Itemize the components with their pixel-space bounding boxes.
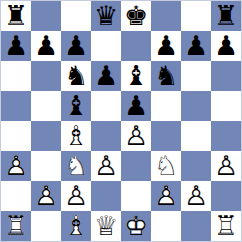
square-g1[interactable] [181,211,211,241]
square-g6[interactable] [181,61,211,91]
square-h3[interactable]: ♟♙ [211,151,241,181]
white-pawn-icon: ♟♙ [151,181,181,211]
white-pawn-icon: ♟♙ [1,151,31,181]
black-queen-icon: ♛ [91,1,121,31]
white-rook-icon: ♜♖ [1,211,31,241]
black-knight-icon: ♞ [151,61,181,91]
square-d4[interactable] [91,121,121,151]
square-f1[interactable] [151,211,181,241]
black-pawn-icon: ♟ [211,31,241,61]
square-e6[interactable]: ♝ [121,61,151,91]
square-h5[interactable] [211,91,241,121]
square-b5[interactable] [31,91,61,121]
black-pawn-icon: ♟ [91,61,121,91]
square-a8[interactable]: ♜ [1,1,31,31]
white-knight-icon: ♞♘ [151,151,181,181]
square-h1[interactable]: ♜♖ [211,211,241,241]
square-d2[interactable] [91,181,121,211]
square-g4[interactable] [181,121,211,151]
board-diagram: ♜♛♚♜♟♟♟♟♟♟♞♟♝♞♝♟♝♗♟♙♟♙♞♘♟♙♞♘♟♙♟♙♟♙♟♙♟♙♜♖… [0,0,242,242]
square-b3[interactable] [31,151,61,181]
square-f6[interactable]: ♞ [151,61,181,91]
square-b8[interactable] [31,1,61,31]
white-pawn-icon: ♟♙ [61,181,91,211]
square-e4[interactable]: ♟♙ [121,121,151,151]
square-f2[interactable]: ♟♙ [151,181,181,211]
square-h6[interactable] [211,61,241,91]
white-pawn-icon: ♟♙ [181,181,211,211]
black-pawn-icon: ♟ [31,31,61,61]
black-bishop-icon: ♝ [61,91,91,121]
black-pawn-icon: ♟ [61,31,91,61]
square-a2[interactable] [1,181,31,211]
chess-board: ♜♛♚♜♟♟♟♟♟♟♞♟♝♞♝♟♝♗♟♙♟♙♞♘♟♙♞♘♟♙♟♙♟♙♟♙♟♙♜♖… [1,1,241,241]
square-g5[interactable] [181,91,211,121]
square-d3[interactable]: ♟♙ [91,151,121,181]
white-queen-icon: ♛♕ [91,211,121,241]
square-g8[interactable] [181,1,211,31]
square-h2[interactable] [211,181,241,211]
white-pawn-icon: ♟♙ [121,121,151,151]
square-e3[interactable] [121,151,151,181]
square-b7[interactable]: ♟ [31,31,61,61]
square-a6[interactable] [1,61,31,91]
white-bishop-icon: ♝♗ [61,121,91,151]
square-e5[interactable]: ♟ [121,91,151,121]
square-g2[interactable]: ♟♙ [181,181,211,211]
square-g3[interactable] [181,151,211,181]
white-bishop-icon: ♝♗ [61,211,91,241]
square-a3[interactable]: ♟♙ [1,151,31,181]
white-pawn-icon: ♟♙ [31,181,61,211]
square-f3[interactable]: ♞♘ [151,151,181,181]
square-h8[interactable]: ♜ [211,1,241,31]
square-e1[interactable]: ♚♔ [121,211,151,241]
square-d8[interactable]: ♛ [91,1,121,31]
square-a4[interactable] [1,121,31,151]
square-c3[interactable]: ♞♘ [61,151,91,181]
square-c5[interactable]: ♝ [61,91,91,121]
square-c2[interactable]: ♟♙ [61,181,91,211]
square-f8[interactable] [151,1,181,31]
black-rook-icon: ♜ [211,1,241,31]
square-b6[interactable] [31,61,61,91]
square-c1[interactable]: ♝♗ [61,211,91,241]
square-e7[interactable] [121,31,151,61]
square-c8[interactable] [61,1,91,31]
square-b1[interactable] [31,211,61,241]
square-f4[interactable] [151,121,181,151]
square-f5[interactable] [151,91,181,121]
square-h4[interactable] [211,121,241,151]
black-pawn-icon: ♟ [151,31,181,61]
black-king-icon: ♚ [121,1,151,31]
white-king-icon: ♚♔ [121,211,151,241]
white-pawn-icon: ♟♙ [211,151,241,181]
square-c4[interactable]: ♝♗ [61,121,91,151]
square-c7[interactable]: ♟ [61,31,91,61]
square-f7[interactable]: ♟ [151,31,181,61]
black-rook-icon: ♜ [1,1,31,31]
black-knight-icon: ♞ [61,61,91,91]
square-e8[interactable]: ♚ [121,1,151,31]
square-g7[interactable]: ♟ [181,31,211,61]
white-pawn-icon: ♟♙ [91,151,121,181]
square-c6[interactable]: ♞ [61,61,91,91]
square-d5[interactable] [91,91,121,121]
square-a1[interactable]: ♜♖ [1,211,31,241]
square-e2[interactable] [121,181,151,211]
square-a7[interactable]: ♟ [1,31,31,61]
square-d6[interactable]: ♟ [91,61,121,91]
square-b2[interactable]: ♟♙ [31,181,61,211]
square-b4[interactable] [31,121,61,151]
square-d1[interactable]: ♛♕ [91,211,121,241]
square-h7[interactable]: ♟ [211,31,241,61]
square-a5[interactable] [1,91,31,121]
black-bishop-icon: ♝ [121,61,151,91]
white-rook-icon: ♜♖ [211,211,241,241]
black-pawn-icon: ♟ [1,31,31,61]
black-pawn-icon: ♟ [181,31,211,61]
black-pawn-icon: ♟ [121,91,151,121]
white-knight-icon: ♞♘ [61,151,91,181]
square-d7[interactable] [91,31,121,61]
